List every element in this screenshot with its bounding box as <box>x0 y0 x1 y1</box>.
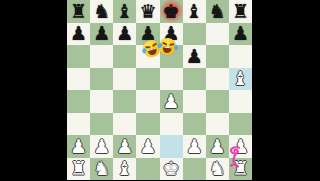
square-g8[interactable]: ♞ <box>206 0 229 23</box>
black-pawn[interactable]: ♟ <box>186 47 203 66</box>
black-knight[interactable]: ♞ <box>93 2 110 21</box>
white-knight[interactable]: ♞ <box>93 159 110 178</box>
square-g4[interactable] <box>206 90 229 113</box>
square-d4[interactable] <box>136 90 159 113</box>
square-a4[interactable] <box>67 90 90 113</box>
square-d8[interactable]: ♛ <box>136 0 159 23</box>
square-a1[interactable]: ♜ <box>67 158 90 181</box>
square-b3[interactable] <box>90 113 113 136</box>
chess-board[interactable]: ♜♞♝♛♚♝♞♜♟♟♟♟♟♟♟♝♟♟♟♟♟♟♟♟♜♞♝♚♞♜ <box>67 0 252 180</box>
square-c2[interactable]: ♟ <box>113 135 136 158</box>
square-a7[interactable]: ♟ <box>67 23 90 46</box>
square-b6[interactable] <box>90 45 113 68</box>
square-e2[interactable] <box>160 135 183 158</box>
square-a3[interactable] <box>67 113 90 136</box>
black-king[interactable]: ♚ <box>163 2 180 21</box>
black-pawn[interactable]: ♟ <box>116 24 133 43</box>
square-c7[interactable]: ♟ <box>113 23 136 46</box>
square-h4[interactable] <box>229 90 252 113</box>
square-d1[interactable] <box>136 158 159 181</box>
square-c4[interactable] <box>113 90 136 113</box>
white-pawn[interactable]: ♟ <box>70 137 87 156</box>
black-bishop[interactable]: ♝ <box>186 2 203 21</box>
square-a5[interactable] <box>67 68 90 91</box>
white-bishop[interactable]: ♝ <box>232 69 249 88</box>
white-bishop[interactable]: ♝ <box>116 159 133 178</box>
square-e1[interactable]: ♚ <box>160 158 183 181</box>
square-c3[interactable] <box>113 113 136 136</box>
square-f6[interactable]: ♟ <box>183 45 206 68</box>
square-f7[interactable] <box>183 23 206 46</box>
square-b1[interactable]: ♞ <box>90 158 113 181</box>
square-d2[interactable]: ♟ <box>136 135 159 158</box>
square-e5[interactable] <box>160 68 183 91</box>
square-f1[interactable] <box>183 158 206 181</box>
letterbox-right <box>252 0 320 180</box>
white-pawn[interactable]: ♟ <box>163 92 180 111</box>
white-pawn[interactable]: ♟ <box>209 137 226 156</box>
square-a6[interactable] <box>67 45 90 68</box>
square-h3[interactable] <box>229 113 252 136</box>
square-h6[interactable] <box>229 45 252 68</box>
black-pawn[interactable]: ♟ <box>70 24 87 43</box>
square-c5[interactable] <box>113 68 136 91</box>
square-c8[interactable]: ♝ <box>113 0 136 23</box>
white-rook[interactable]: ♜ <box>70 159 87 178</box>
square-g6[interactable] <box>206 45 229 68</box>
square-f5[interactable] <box>183 68 206 91</box>
video-frame: ♜♞♝♛♚♝♞♜♟♟♟♟♟♟♟♝♟♟♟♟♟♟♟♟♜♞♝♚♞♜ <box>0 0 320 180</box>
square-g5[interactable] <box>206 68 229 91</box>
black-queen[interactable]: ♛ <box>139 2 156 21</box>
square-c6[interactable] <box>113 45 136 68</box>
square-a2[interactable]: ♟ <box>67 135 90 158</box>
square-b4[interactable] <box>90 90 113 113</box>
square-h8[interactable]: ♜ <box>229 0 252 23</box>
square-g3[interactable] <box>206 113 229 136</box>
square-f2[interactable]: ♟ <box>183 135 206 158</box>
white-pawn[interactable]: ♟ <box>139 137 156 156</box>
white-pawn[interactable]: ♟ <box>116 137 133 156</box>
square-b8[interactable]: ♞ <box>90 0 113 23</box>
square-g7[interactable] <box>206 23 229 46</box>
square-h7[interactable]: ♟ <box>229 23 252 46</box>
square-b5[interactable] <box>90 68 113 91</box>
square-e8[interactable]: ♚ <box>160 0 183 23</box>
square-a8[interactable]: ♜ <box>67 0 90 23</box>
square-b2[interactable]: ♟ <box>90 135 113 158</box>
black-rook[interactable]: ♜ <box>70 2 87 21</box>
pink-scribble-icon <box>226 145 244 169</box>
square-h5[interactable]: ♝ <box>229 68 252 91</box>
square-e3[interactable] <box>160 113 183 136</box>
square-d5[interactable] <box>136 68 159 91</box>
square-c1[interactable]: ♝ <box>113 158 136 181</box>
white-king[interactable]: ♚ <box>163 159 180 178</box>
white-pawn[interactable]: ♟ <box>186 137 203 156</box>
black-bishop[interactable]: ♝ <box>116 2 133 21</box>
square-e4[interactable]: ♟ <box>160 90 183 113</box>
black-pawn[interactable]: ♟ <box>93 24 110 43</box>
square-d3[interactable] <box>136 113 159 136</box>
white-knight[interactable]: ♞ <box>209 159 226 178</box>
square-f4[interactable] <box>183 90 206 113</box>
square-b7[interactable]: ♟ <box>90 23 113 46</box>
black-pawn[interactable]: ♟ <box>232 24 249 43</box>
white-pawn[interactable]: ♟ <box>93 137 110 156</box>
square-f8[interactable]: ♝ <box>183 0 206 23</box>
black-rook[interactable]: ♜ <box>232 2 249 21</box>
black-knight[interactable]: ♞ <box>209 2 226 21</box>
letterbox-left <box>0 0 67 180</box>
square-f3[interactable] <box>183 113 206 136</box>
